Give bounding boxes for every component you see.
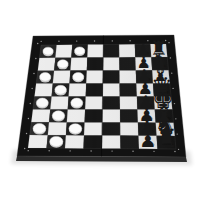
frame-dot-left bbox=[26, 133, 27, 134]
frame-dot-top bbox=[129, 40, 130, 41]
white-checker-c2 bbox=[69, 124, 82, 134]
frame-dot-top bbox=[40, 41, 41, 42]
white-checker-c8 bbox=[75, 47, 85, 55]
frame-dot-top bbox=[76, 40, 77, 41]
frame-dot-bottom bbox=[28, 150, 29, 151]
white-checker-c6 bbox=[73, 73, 84, 82]
frame-dot-left bbox=[31, 88, 32, 89]
white-checker-a8 bbox=[43, 47, 53, 55]
frame-dot-left bbox=[35, 58, 36, 59]
folding-chess-checkers-board: ♟♜♟♞♟♝♟♛♟♚♟♝♟♞♟♜ bbox=[0, 0, 200, 200]
white-checker-b7 bbox=[57, 60, 68, 68]
white-checker-c4 bbox=[71, 98, 83, 107]
product-photo: ♟♜♟♞♟♝♟♛♟♚♟♝♟♞♟♜ bbox=[0, 0, 200, 200]
frame-dot-top bbox=[94, 40, 95, 41]
white-checker-a4 bbox=[36, 98, 48, 107]
frame-dot-top bbox=[58, 41, 59, 42]
frame-dot-left bbox=[33, 73, 34, 74]
frame-dot-bottom bbox=[48, 150, 49, 151]
black-pawn-g1: ♟ bbox=[139, 129, 156, 152]
frame-dot-left bbox=[28, 118, 29, 119]
frame-dot-bottom bbox=[90, 150, 91, 151]
white-checker-b3 bbox=[52, 111, 64, 120]
frame-dot-bottom bbox=[111, 150, 112, 151]
frame-dot-right bbox=[178, 149, 179, 150]
white-checker-b5 bbox=[55, 85, 67, 94]
frame-dot-left bbox=[37, 43, 38, 44]
frame-dot-bottom bbox=[132, 151, 133, 152]
frame-dot-left bbox=[24, 148, 25, 149]
white-checker-a2 bbox=[33, 124, 46, 134]
frame-dot-right bbox=[170, 57, 171, 58]
white-checker-b1 bbox=[50, 136, 63, 146]
frame-dot-left bbox=[30, 103, 31, 104]
frame-dot-bottom bbox=[69, 150, 70, 151]
white-checker-a6 bbox=[40, 73, 51, 82]
frame-dot-right bbox=[168, 42, 169, 43]
black-rook-h1: ♜ bbox=[155, 124, 178, 153]
frame-dot-top bbox=[112, 40, 113, 41]
